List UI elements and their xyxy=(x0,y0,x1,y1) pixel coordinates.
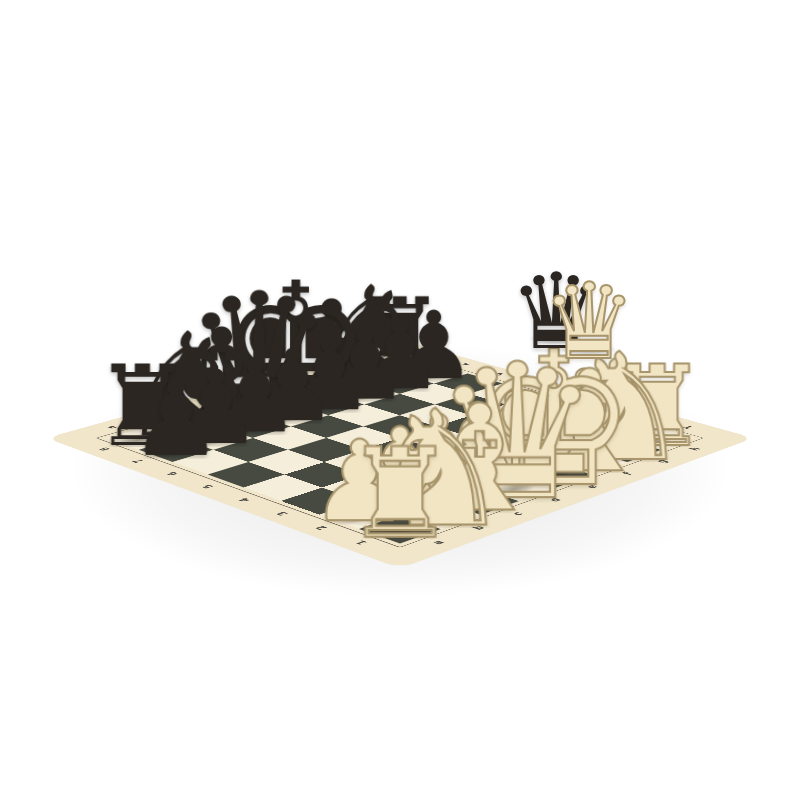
offboard-pieces: ♛ ♛ xyxy=(0,0,800,800)
scene: ♜♞♝♛♚♝♞♜♟♟♟♟♟♟♟♟♟♟♟♟♟♟♟♟♜♞♝♛♚♝♞♜ aabbccd… xyxy=(0,0,800,800)
white-queen-glyph: ♛ xyxy=(542,261,636,383)
